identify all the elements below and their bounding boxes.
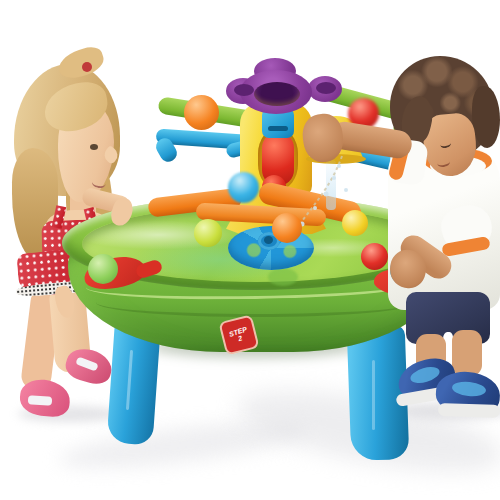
purple-lobe-opening-right xyxy=(316,82,336,94)
boy-shoe-right-sole xyxy=(438,403,500,418)
girl-shoe-detail xyxy=(28,395,53,406)
table-leg-right xyxy=(347,325,410,461)
tower-blue-box-slot xyxy=(268,126,288,131)
table-leg-ridge xyxy=(372,360,375,430)
orange-ball-on-wheel xyxy=(272,213,302,243)
blue-ball-falling xyxy=(228,172,259,203)
red-ball-on-rim xyxy=(361,243,388,270)
boy-leg-right xyxy=(452,330,482,376)
girl-eye xyxy=(90,144,98,150)
product-photo: STEP 2 xyxy=(0,0,500,500)
purple-lobe-opening-left xyxy=(234,84,254,96)
yellow-ball-in-water xyxy=(342,210,368,236)
boy-hair-tuft-right xyxy=(472,86,500,148)
green-ball-on-scoop xyxy=(88,254,118,284)
lime-ball-in-water xyxy=(194,219,222,247)
submerged-ball xyxy=(268,268,298,286)
orange-ball-on-track xyxy=(184,95,219,130)
water-wheel-hub-hole xyxy=(264,236,273,244)
step2-logo-text: STEP 2 xyxy=(227,325,250,344)
purple-funnel-opening xyxy=(254,82,300,106)
girl-hair-tie xyxy=(82,62,92,72)
table-molded-wave xyxy=(96,288,416,317)
